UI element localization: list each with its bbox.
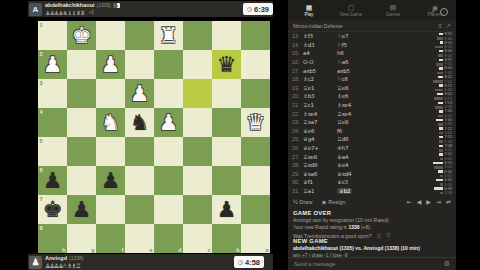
move-number: 21. [292, 102, 303, 108]
white-pawn[interactable]: ♟ [125, 79, 154, 108]
rank-label-1: 1 [40, 22, 43, 28]
move-times: 7:455:47 [438, 109, 452, 118]
black-move[interactable]: ♕xd4 [337, 171, 371, 177]
move-number: 13. [292, 33, 303, 39]
game-controls: ½ Draw ⚑ Resign ⇤◀▶⇥⇄ [288, 196, 456, 208]
move-number: 26. [292, 145, 303, 151]
move-row: 27.♖xe8♕a47:015:06 [288, 152, 456, 161]
file-label-b: b [236, 247, 239, 253]
square-h1[interactable]: 1 [38, 21, 67, 50]
clock-icon: ◷ [238, 259, 243, 265]
opening-name: Nimzo-Indian Defense [293, 23, 434, 29]
move-number: 18. [292, 76, 303, 82]
square-c2[interactable] [183, 50, 212, 79]
chess-board[interactable]: 1♚♜2♟♟♛3♟4♞♞♟♛56♟♟7♚♟♟8hgfedcba [38, 21, 270, 253]
white-move[interactable]: ♖xa7 [303, 119, 337, 125]
file-label-g: g [91, 247, 94, 253]
square-e1[interactable] [125, 21, 154, 50]
black-move[interactable]: ♗e6 [337, 93, 371, 99]
tab-new-game[interactable]: ▢New Game [330, 4, 372, 17]
tab-games[interactable]: ▤Games [372, 4, 414, 17]
file-label-e: e [149, 247, 152, 253]
white-move[interactable]: ♖a1 [303, 188, 337, 194]
black-move[interactable]: ♘e7 [337, 33, 371, 39]
move-row: 25.♕g4♖d87:155:18 [288, 135, 456, 144]
move-row: 21.♖c1♗xe47:535:58 [288, 101, 456, 110]
black-queen[interactable]: ♛ [212, 50, 241, 79]
move-number: 19. [292, 85, 303, 91]
square-d5[interactable] [154, 137, 183, 166]
move-times: 7:305:35 [436, 118, 452, 127]
white-move[interactable]: ♕f1 [303, 179, 337, 185]
move-list[interactable]: 13.♗f3♘e78:558:4014.♗d3♘f58:508:2115.a4h… [288, 32, 456, 196]
square-d4[interactable]: ♟ [154, 108, 183, 137]
material-score: +5 [88, 9, 94, 16]
square-b6[interactable] [212, 166, 241, 195]
move-times: 8:026:21 [434, 92, 452, 101]
white-pawn[interactable]: ♟ [154, 108, 183, 137]
rank-label-8: 8 [40, 225, 43, 231]
white-move[interactable]: ♕xa6 [303, 171, 337, 177]
square-a5[interactable] [241, 137, 270, 166]
nav-first-icon[interactable]: ⇤ [407, 199, 412, 205]
move-number: 24. [292, 128, 303, 134]
explorer-link-icon[interactable]: ↗ [446, 22, 451, 29]
black-pawn[interactable]: ♟ [67, 195, 96, 224]
move-row: 30.♕f1♕c36:455:00 [288, 178, 456, 187]
move-times: 6:505:01 [438, 170, 452, 179]
tab-icon: ▤ [390, 4, 397, 11]
square-a7[interactable] [241, 195, 270, 224]
move-number: 22. [292, 111, 303, 117]
square-h4[interactable]: 4 [38, 108, 67, 137]
file-label-h: h [62, 247, 65, 253]
white-move[interactable]: axb5 [303, 68, 337, 74]
square-f6[interactable]: ♟ [96, 166, 125, 195]
white-knight[interactable]: ♞ [96, 108, 125, 137]
white-move[interactable]: ♗c2 [303, 76, 337, 82]
nav-flip-icon[interactable]: ⇄ [446, 199, 451, 205]
opening-book-icon[interactable]: ≡ [438, 23, 442, 29]
square-h3[interactable]: 3 [38, 79, 67, 108]
move-times: 6:394:58 [434, 187, 452, 196]
rank-label-7: 7 [40, 196, 43, 202]
move-times: 6:555:03 [433, 161, 452, 170]
square-a4[interactable]: ♛ [241, 108, 270, 137]
bottom-captured-pieces: ♙♙♙♙♘♗♗♖ [45, 262, 80, 269]
square-a8[interactable]: a [241, 224, 270, 253]
square-h6[interactable]: 6♟ [38, 166, 67, 195]
square-c4[interactable] [183, 108, 212, 137]
move-number: 29. [292, 171, 303, 177]
move-row: 16.O-O♘a68:377:55 [288, 58, 456, 67]
square-f1[interactable] [96, 21, 125, 50]
bottom-player-name[interactable]: Anviogd [45, 255, 67, 262]
rank-label-3: 3 [40, 80, 43, 86]
move-times: 8:227:12 [433, 75, 452, 84]
white-pawn[interactable]: ♟ [96, 50, 125, 79]
file-label-a: a [265, 247, 268, 253]
square-a2[interactable] [241, 50, 270, 79]
square-d2[interactable] [154, 50, 183, 79]
top-player-name[interactable]: abdelhakchikhaoui [45, 2, 95, 9]
square-e2[interactable] [125, 50, 154, 79]
nav-back-icon[interactable]: ◀ [417, 199, 422, 205]
square-d8[interactable]: d [154, 224, 183, 253]
square-b4[interactable] [212, 108, 241, 137]
move-number: 17. [292, 68, 303, 74]
bottom-player-avatar[interactable]: ♟ [29, 256, 42, 269]
move-times: 8:307:41 [437, 66, 452, 75]
move-number: 16. [292, 59, 303, 65]
square-e3[interactable]: ♟ [125, 79, 154, 108]
move-times: 8:448:10 [438, 49, 452, 58]
tab-play[interactable]: ▦Play [288, 4, 330, 17]
move-row: 18.♗c2♘c68:227:12 [288, 75, 456, 84]
move-row: 26.♕e7+♔h77:085:11 [288, 144, 456, 153]
white-move[interactable]: ♖e1 [303, 85, 337, 91]
white-move[interactable]: ♕e6 [303, 128, 337, 134]
white-move[interactable]: ♖xd8 [303, 162, 337, 168]
square-b8[interactable]: b [212, 224, 241, 253]
country-flag-icon [113, 3, 120, 8]
black-move[interactable]: f6 [337, 128, 371, 134]
square-e4[interactable]: ♞ [125, 108, 154, 137]
move-number: 14. [292, 42, 303, 48]
square-d1[interactable]: ♜ [154, 21, 183, 50]
white-move[interactable]: ♕e7+ [303, 145, 337, 151]
square-c7[interactable] [183, 195, 212, 224]
square-h5[interactable]: 5 [38, 137, 67, 166]
move-times: 8:508:21 [435, 41, 452, 50]
white-move[interactable]: ♕g4 [303, 136, 337, 142]
file-label-c: c [207, 247, 210, 253]
move-times: 7:225:26 [439, 127, 452, 136]
square-a1[interactable] [241, 21, 270, 50]
rank-label-4: 4 [40, 109, 43, 115]
bottom-player-bar: ♟ Anviogd (1338) ♙♙♙♙♘♗♗♖ ◷ 4:58 [28, 254, 273, 270]
move-number: 28. [292, 162, 303, 168]
game-over-section: GAME OVER Anviogd won by resignation (10… [288, 209, 456, 240]
move-number: 15. [292, 50, 303, 56]
move-times: 8:377:55 [436, 58, 452, 67]
square-b3[interactable] [212, 79, 241, 108]
file-label-d: d [178, 247, 181, 253]
white-king[interactable]: ♚ [67, 21, 96, 50]
square-b7[interactable]: ♟ [212, 195, 241, 224]
chat-bar: Send a message ⚙ [288, 257, 456, 270]
new-rating-value: 1338 [348, 224, 359, 230]
move-number: 25. [292, 136, 303, 142]
tab-icon: ▢ [348, 4, 355, 11]
move-nav-group: ⇤◀▶⇥⇄ [407, 199, 451, 205]
black-move[interactable]: ♖e8 [337, 119, 371, 125]
move-number: 23. [292, 119, 303, 125]
white-move[interactable]: ♖c1 [303, 102, 337, 108]
game-over-title: GAME OVER [293, 209, 451, 217]
move-row: 14.♗d3♘f58:508:21 [288, 41, 456, 50]
move-times: 7:085:11 [439, 144, 452, 153]
black-move[interactable]: ♔h7 [337, 145, 371, 151]
black-move[interactable]: ♕e4 [337, 162, 371, 168]
white-rook[interactable]: ♜ [154, 21, 183, 50]
info-icon[interactable]: i [440, 8, 448, 16]
tab-icon: ▦ [306, 4, 313, 11]
top-captured-pieces: ♟♟♟♟♞♝♝♜♜ [45, 9, 84, 16]
square-g4[interactable] [67, 108, 96, 137]
draw-button[interactable]: ½ Draw [293, 199, 312, 205]
move-row: 20.♗b3♗e68:026:21 [288, 92, 456, 101]
move-times: 8:156:50 [435, 84, 452, 93]
new-game-title: NEW GAME [293, 237, 451, 245]
black-pawn[interactable]: ♟ [212, 195, 241, 224]
bottom-player-clock: ◷ 4:58 [234, 256, 264, 268]
top-player-clock: ◷ 6:39 [243, 3, 273, 15]
nav-last-icon[interactable]: ⇥ [436, 199, 441, 205]
black-move[interactable]: ♖d8 [337, 136, 371, 142]
move-times: 7:155:18 [439, 135, 452, 144]
square-h8[interactable]: 8h [38, 224, 67, 253]
app-window: A abdelhakchikhaoui (1305) ♟♟♟♟♞♝♝♜♜ +5 … [0, 0, 480, 270]
square-c3[interactable] [183, 79, 212, 108]
square-e6[interactable] [125, 166, 154, 195]
black-move[interactable]: ♘f5 [337, 42, 371, 48]
move-times: 8:558:40 [437, 32, 452, 41]
black-knight[interactable]: ♞ [125, 108, 154, 137]
square-b1[interactable] [212, 21, 241, 50]
move-number: 30. [292, 179, 303, 185]
square-b2[interactable]: ♛ [212, 50, 241, 79]
black-move[interactable]: ♘c6 [337, 76, 371, 82]
square-h7[interactable]: 7♚ [38, 195, 67, 224]
square-a3[interactable] [241, 79, 270, 108]
side-panel: ▦Play▢New Game▤Games◉Players Nimzo-India… [288, 0, 456, 270]
black-move[interactable]: ♖xe4 [337, 111, 371, 117]
nav-forward-icon[interactable]: ▶ [426, 199, 431, 205]
move-times: 7:535:58 [435, 101, 452, 110]
black-pawn[interactable]: ♟ [96, 166, 125, 195]
black-move[interactable]: ♗xe4 [337, 102, 371, 108]
black-move[interactable]: ♕c3 [337, 179, 371, 185]
file-label-f: f [122, 247, 124, 253]
square-d7[interactable] [154, 195, 183, 224]
square-h2[interactable]: 2♟ [38, 50, 67, 79]
move-row: 22.♗xe4♖xe47:455:47 [288, 109, 456, 118]
rank-label-6: 6 [40, 167, 43, 173]
square-g3[interactable] [67, 79, 96, 108]
clock-icon: ◷ [247, 6, 252, 12]
half-point-icon: ½ [293, 199, 298, 205]
square-d6[interactable] [154, 166, 183, 195]
white-move[interactable]: a4 [303, 50, 337, 56]
move-row: 28.♖xd8♕e46:555:03 [288, 161, 456, 170]
square-g5[interactable] [67, 137, 96, 166]
move-number: 27. [292, 154, 303, 160]
square-f2[interactable]: ♟ [96, 50, 125, 79]
move-times: 7:015:06 [439, 152, 452, 161]
square-g1[interactable]: ♚ [67, 21, 96, 50]
rating-line: Your new Rapid rating is 1338 (+8). [293, 224, 451, 231]
move-row: 29.♕xa6♕xd46:505:01 [288, 170, 456, 179]
square-e5[interactable] [125, 137, 154, 166]
square-g8[interactable]: g [67, 224, 96, 253]
square-d3[interactable] [154, 79, 183, 108]
white-move[interactable]: ♗xe4 [303, 111, 337, 117]
move-number: 31. [292, 188, 303, 194]
move-number: 20. [292, 93, 303, 99]
rank-label-2: 2 [40, 51, 43, 57]
square-b5[interactable] [212, 137, 241, 166]
new-game-section: NEW GAME abdelhakchikhaoui (1305) vs. An… [288, 237, 456, 258]
square-c1[interactable] [183, 21, 212, 50]
game-over-icons: ↗ i [430, 8, 448, 16]
resign-button[interactable]: ⚑ Resign [321, 199, 345, 206]
square-f7[interactable] [96, 195, 125, 224]
square-g7[interactable]: ♟ [67, 195, 96, 224]
white-move[interactable]: ♗b3 [303, 93, 337, 99]
rank-label-5: 5 [40, 138, 43, 144]
chat-message-input[interactable]: Send a message [294, 261, 444, 267]
move-row: 23.♖xa7♖e87:305:35 [288, 118, 456, 127]
move-row: 19.♖e1♖e88:156:50 [288, 84, 456, 93]
black-move[interactable]: ♕b2 [337, 188, 352, 194]
move-row: 15.a4h68:448:10 [288, 49, 456, 58]
square-g6[interactable] [67, 166, 96, 195]
square-g2[interactable] [67, 50, 96, 79]
move-row: 24.♕e6f67:225:26 [288, 127, 456, 136]
chat-settings-gear-icon[interactable]: ⚙ [444, 260, 450, 268]
top-player-rating: (1305) [97, 2, 111, 9]
move-row: 31.♖a1♕b26:394:58 [288, 187, 456, 196]
resign-flag-icon: ⚑ [321, 199, 326, 206]
white-move[interactable]: ♗f3 [303, 33, 337, 39]
move-row: 17.axb5axb58:307:41 [288, 66, 456, 75]
square-f8[interactable]: f [96, 224, 125, 253]
move-times: 6:455:00 [436, 178, 452, 187]
share-icon[interactable]: ↗ [430, 8, 435, 16]
square-c5[interactable] [183, 137, 212, 166]
square-c8[interactable]: c [183, 224, 212, 253]
square-e8[interactable]: e [125, 224, 154, 253]
white-queen[interactable]: ♛ [241, 108, 270, 137]
black-move[interactable]: ♘a6 [337, 59, 371, 65]
white-move[interactable]: ♗d3 [303, 42, 337, 48]
square-f3[interactable] [96, 79, 125, 108]
black-move[interactable]: axb5 [337, 68, 371, 74]
square-a6[interactable] [241, 166, 270, 195]
bottom-player-rating: (1338) [69, 255, 83, 262]
black-move[interactable]: ♕a4 [337, 154, 371, 160]
square-c6[interactable] [183, 166, 212, 195]
black-move[interactable]: ♖e8 [337, 85, 371, 91]
move-row: 13.♗f3♘e78:558:40 [288, 32, 456, 41]
white-move[interactable]: ♖xe8 [303, 154, 337, 160]
square-e7[interactable] [125, 195, 154, 224]
top-player-avatar[interactable]: A [29, 3, 42, 16]
square-f4[interactable]: ♞ [96, 108, 125, 137]
top-player-bar: A abdelhakchikhaoui (1305) ♟♟♟♟♞♝♝♜♜ +5 … [28, 1, 273, 17]
square-f5[interactable] [96, 137, 125, 166]
opening-row: Nimzo-Indian Defense ≡ ↗ [288, 20, 456, 32]
white-move[interactable]: O-O [303, 59, 337, 65]
black-move[interactable]: h6 [337, 50, 371, 56]
